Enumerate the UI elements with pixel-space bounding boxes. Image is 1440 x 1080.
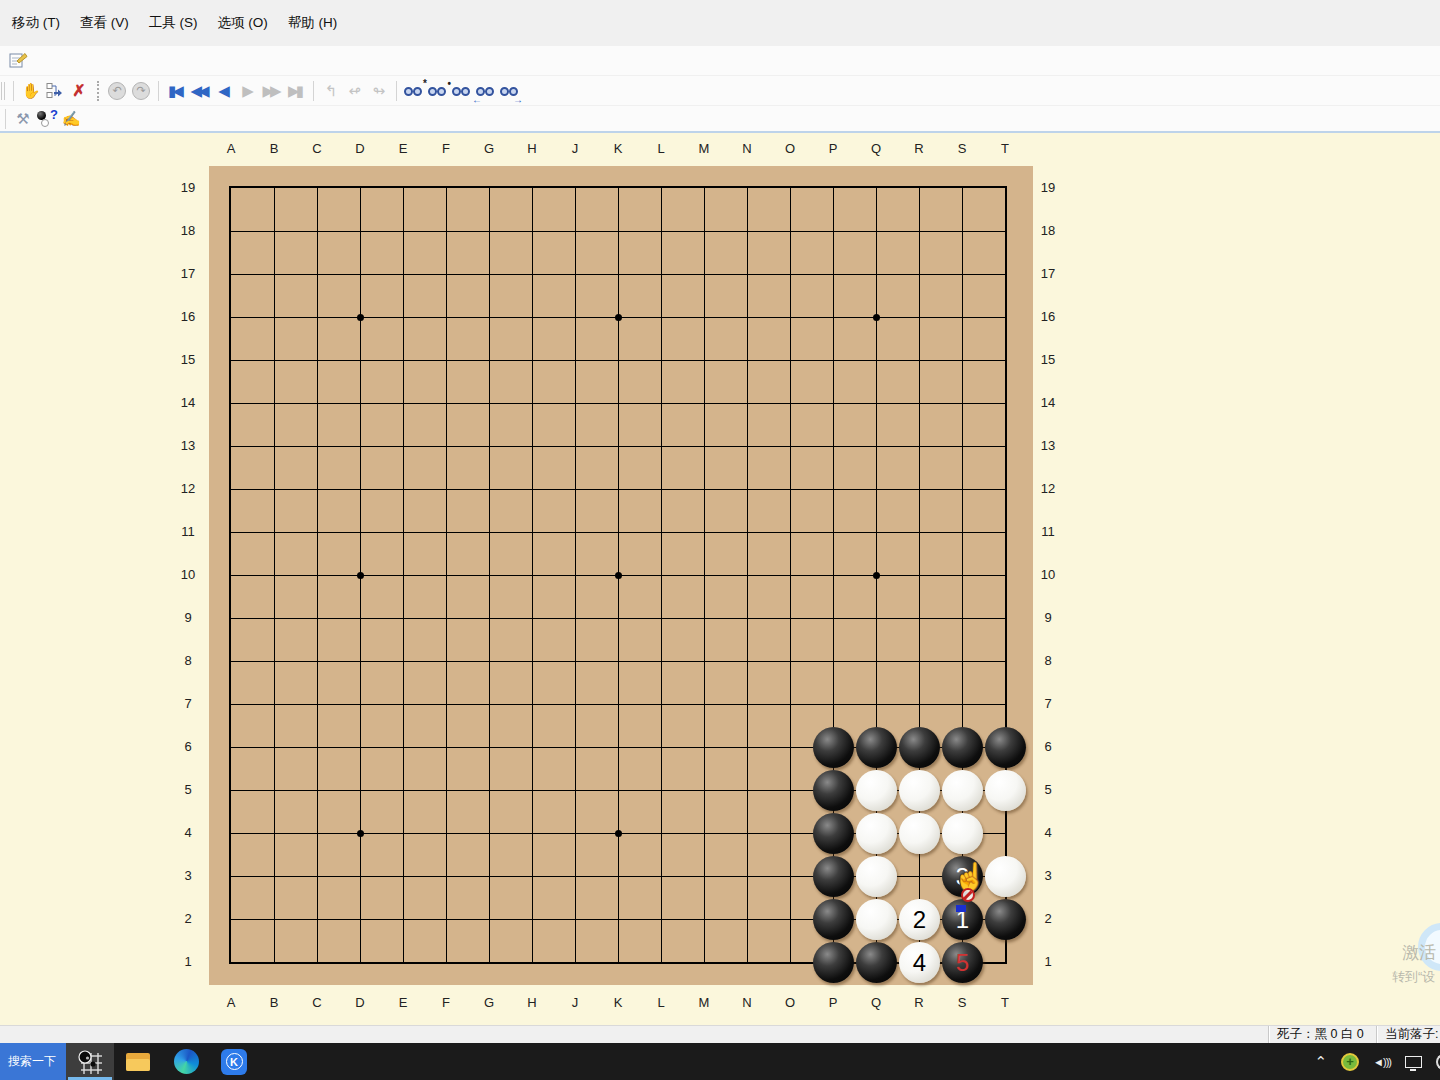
coord-bottom-Q: Q: [861, 995, 891, 1010]
taskbar-app-edge-browser[interactable]: [162, 1043, 210, 1080]
stone-white-Q2: [856, 899, 897, 940]
separator: [396, 81, 397, 101]
coord-right-11: 11: [1033, 524, 1063, 539]
move-number-S1: 5: [956, 951, 969, 975]
move-number-R1: 4: [913, 951, 926, 975]
status-empty: [0, 1026, 1268, 1043]
stone-white-T3: [985, 856, 1026, 897]
tools-button[interactable]: ⚒: [12, 107, 34, 131]
watermark-line2: 转到“设: [1392, 968, 1436, 986]
coord-bottom-G: G: [474, 995, 504, 1010]
no-entry-icon: [961, 888, 975, 902]
history-back-button[interactable]: ↶: [106, 79, 128, 103]
star-point-D4: [357, 830, 364, 837]
coord-right-10: 10: [1033, 567, 1063, 582]
coord-left-3: 3: [173, 868, 203, 883]
find-next-button[interactable]: →: [499, 79, 521, 103]
app-window: 移动 (T)查看 (V)工具 (S)选项 (O)帮助 (H) ✋✗↶↷▮◀◀◀◀…: [0, 0, 1440, 1080]
coord-left-9: 9: [173, 610, 203, 625]
game-info-button[interactable]: [7, 49, 29, 73]
stone-black-S6: [942, 727, 983, 768]
board-area: 激活 转到“设 AABBCCDDEEFFGGHHJJKKLLMMNNOOPPQQ…: [0, 133, 1440, 1025]
coord-bottom-O: O: [775, 995, 805, 1010]
star-point-K4: [615, 830, 622, 837]
grid-line: [747, 188, 748, 962]
stone-black-P6: [813, 727, 854, 768]
taskbar-app-file-explorer[interactable]: [114, 1043, 162, 1080]
first-move-button[interactable]: ▮◀: [165, 79, 187, 103]
stone-white-S4: [942, 813, 983, 854]
menu-item-2[interactable]: 工具 (S): [139, 9, 208, 37]
stone-white-R4: [899, 813, 940, 854]
coord-top-R: R: [904, 141, 934, 156]
blue-marker: [956, 905, 966, 912]
star-point-D16: [357, 314, 364, 321]
windows-activation-watermark: 激活 转到“设: [1402, 941, 1436, 986]
pan-tool-button[interactable]: ✋: [20, 79, 42, 103]
toolbar-grip: [1, 82, 5, 100]
coord-left-15: 15: [173, 352, 203, 367]
coord-top-F: F: [431, 141, 461, 156]
document-edit-icon: [9, 52, 28, 69]
coord-right-13: 13: [1033, 438, 1063, 453]
menu-item-1[interactable]: 查看 (V): [70, 9, 139, 37]
coord-top-H: H: [517, 141, 547, 156]
k-app-icon: K: [221, 1049, 247, 1075]
star-point-D10: [357, 572, 364, 579]
coord-top-N: N: [732, 141, 762, 156]
stone-black-P4: [813, 813, 854, 854]
coord-left-10: 10: [173, 567, 203, 582]
toolbar-navigation-row: ✋✗↶↷▮◀◀◀◀▶▶▶▶▮↰↫↬*•←→: [0, 76, 1440, 106]
last-move-button[interactable]: ▶▮: [285, 79, 307, 103]
toolbar-info-row: [0, 46, 1440, 76]
coord-bottom-E: E: [388, 995, 418, 1010]
menu-item-4[interactable]: 帮助 (H): [278, 9, 348, 37]
coord-bottom-D: D: [345, 995, 375, 1010]
delete-node-button[interactable]: ✗: [68, 79, 90, 103]
star-point-Q16: [873, 314, 880, 321]
coord-bottom-S: S: [947, 995, 977, 1010]
coord-left-5: 5: [173, 782, 203, 797]
edit-tree-button[interactable]: [44, 79, 66, 103]
taskbar-app-k-app[interactable]: K: [210, 1043, 258, 1080]
separator: [158, 81, 159, 101]
coord-top-M: M: [689, 141, 719, 156]
coord-top-A: A: [216, 141, 246, 156]
coord-left-19: 19: [173, 180, 203, 195]
coord-right-5: 5: [1033, 782, 1063, 797]
coord-right-16: 16: [1033, 309, 1063, 324]
status-bar: 死子：黑 0 白 0 当前落子:: [0, 1025, 1440, 1043]
coord-top-K: K: [603, 141, 633, 156]
coord-right-9: 9: [1033, 610, 1063, 625]
coord-bottom-P: P: [818, 995, 848, 1010]
find-button[interactable]: [451, 79, 473, 103]
coord-bottom-N: N: [732, 995, 762, 1010]
separator: [313, 81, 314, 101]
stone-white-R5: [899, 770, 940, 811]
taskbar: 搜索一下 K ⌃+◄))): [0, 1043, 1440, 1080]
grid-line: [231, 618, 1005, 619]
edge-icon: [174, 1049, 199, 1074]
coord-bottom-L: L: [646, 995, 676, 1010]
prev-move-button[interactable]: ◀: [213, 79, 235, 103]
taskbar-search-label: 搜索一下: [8, 1053, 56, 1070]
coord-bottom-B: B: [259, 995, 289, 1010]
taskbar-app-go-app[interactable]: [66, 1043, 114, 1080]
coord-top-L: L: [646, 141, 676, 156]
mark-mode-button[interactable]: ✍: [60, 107, 82, 131]
coord-right-12: 12: [1033, 481, 1063, 496]
star-point-K16: [615, 314, 622, 321]
coord-bottom-K: K: [603, 995, 633, 1010]
grid-line: [231, 704, 1005, 705]
coord-top-P: P: [818, 141, 848, 156]
stone-black-Q6: [856, 727, 897, 768]
coord-top-O: O: [775, 141, 805, 156]
coord-right-3: 3: [1033, 868, 1063, 883]
coord-left-1: 1: [173, 954, 203, 969]
stone-black-P2: [813, 899, 854, 940]
coord-top-D: D: [345, 141, 375, 156]
stone-white-T5: [985, 770, 1026, 811]
coord-right-17: 17: [1033, 266, 1063, 281]
star-point-Q10: [873, 572, 880, 579]
history-forward-button[interactable]: ↷: [130, 79, 152, 103]
stone-white-Q3: [856, 856, 897, 897]
coord-top-J: J: [560, 141, 590, 156]
coord-top-G: G: [474, 141, 504, 156]
coord-top-S: S: [947, 141, 977, 156]
coord-left-4: 4: [173, 825, 203, 840]
coord-bottom-A: A: [216, 995, 246, 1010]
branch-up-button[interactable]: ↰: [320, 79, 342, 103]
coord-right-1: 1: [1033, 954, 1063, 969]
move-number-R2: 2: [913, 908, 926, 932]
stone-white-Q4: [856, 813, 897, 854]
coord-bottom-C: C: [302, 995, 332, 1010]
coord-right-4: 4: [1033, 825, 1063, 840]
coord-left-18: 18: [173, 223, 203, 238]
coord-bottom-T: T: [990, 995, 1020, 1010]
stone-white-S5: [942, 770, 983, 811]
go-app-icon: [77, 1049, 103, 1075]
coord-bottom-M: M: [689, 995, 719, 1010]
system-tray: ⌃+◄))): [1315, 1043, 1440, 1080]
coord-top-B: B: [259, 141, 289, 156]
menu-item-3[interactable]: 选项 (O): [208, 9, 278, 37]
coord-top-E: E: [388, 141, 418, 156]
stone-white-R1: 4: [899, 942, 940, 983]
stone-black-T2: [985, 899, 1026, 940]
coord-left-8: 8: [173, 653, 203, 668]
coord-top-T: T: [990, 141, 1020, 156]
grid-line: [704, 188, 705, 962]
taskbar-apps: K: [66, 1043, 258, 1080]
status-captures: 死子：黑 0 白 0: [1268, 1026, 1376, 1043]
coord-right-8: 8: [1033, 653, 1063, 668]
coord-left-7: 7: [173, 696, 203, 711]
watermark-line1: 激活: [1402, 941, 1436, 964]
coord-bottom-F: F: [431, 995, 461, 1010]
tree-icon: [46, 82, 64, 99]
stone-black-S1: 5: [942, 942, 983, 983]
coord-top-C: C: [302, 141, 332, 156]
grid-line: [661, 188, 662, 962]
star-point-K10: [615, 572, 622, 579]
find-point-button[interactable]: •: [427, 79, 449, 103]
fast-forward-button[interactable]: ▶▶: [261, 79, 283, 103]
stone-black-R6: [899, 727, 940, 768]
prev-branch-button[interactable]: ↫: [344, 79, 366, 103]
stone-white-R2: 2: [899, 899, 940, 940]
clipped-icon[interactable]: [1436, 1054, 1440, 1070]
file-explorer-icon: [126, 1053, 150, 1071]
coord-right-19: 19: [1033, 180, 1063, 195]
next-branch-button[interactable]: ↬: [368, 79, 390, 103]
coord-bottom-H: H: [517, 995, 547, 1010]
coord-left-12: 12: [173, 481, 203, 496]
rewind-button[interactable]: ◀◀: [189, 79, 211, 103]
guess-mode-button[interactable]: ?: [36, 107, 58, 131]
coord-left-6: 6: [173, 739, 203, 754]
stone-black-P5: [813, 770, 854, 811]
coord-right-2: 2: [1033, 911, 1063, 926]
speaker-icon[interactable]: ◄))): [1373, 1056, 1391, 1068]
menu-bar: 移动 (T)查看 (V)工具 (S)选项 (O)帮助 (H): [0, 0, 1440, 46]
separator-dotted: [97, 81, 99, 101]
coord-right-15: 15: [1033, 352, 1063, 367]
coord-bottom-R: R: [904, 995, 934, 1010]
coord-right-18: 18: [1033, 223, 1063, 238]
stone-black-P1: [813, 942, 854, 983]
grid-line: [790, 188, 791, 962]
grid-line: [231, 661, 1005, 662]
stone-black-P3: [813, 856, 854, 897]
coord-right-14: 14: [1033, 395, 1063, 410]
antivirus-icon[interactable]: +: [1341, 1053, 1359, 1071]
status-current-move: 当前落子:: [1376, 1026, 1440, 1043]
next-move-button[interactable]: ▶: [237, 79, 259, 103]
find-move-number-button[interactable]: *: [403, 79, 425, 103]
coord-left-11: 11: [173, 524, 203, 539]
stone-white-Q5: [856, 770, 897, 811]
taskbar-search-box[interactable]: 搜索一下: [0, 1043, 66, 1080]
coord-left-14: 14: [173, 395, 203, 410]
coord-right-6: 6: [1033, 739, 1063, 754]
coord-bottom-J: J: [560, 995, 590, 1010]
coord-left-16: 16: [173, 309, 203, 324]
separator: [5, 109, 6, 129]
stone-black-T6: [985, 727, 1026, 768]
coord-left-13: 13: [173, 438, 203, 453]
toolbar-tools-row: ⚒?✍: [0, 106, 1440, 133]
network-icon[interactable]: [1405, 1056, 1422, 1068]
coord-left-2: 2: [173, 911, 203, 926]
coord-left-17: 17: [173, 266, 203, 281]
find-prev-button[interactable]: ←: [475, 79, 497, 103]
stone-black-Q1: [856, 942, 897, 983]
coord-right-7: 7: [1033, 696, 1063, 711]
coord-top-Q: Q: [861, 141, 891, 156]
menu-item-0[interactable]: 移动 (T): [2, 9, 70, 37]
chevron-up-icon[interactable]: ⌃: [1315, 1053, 1328, 1071]
separator: [13, 81, 14, 101]
